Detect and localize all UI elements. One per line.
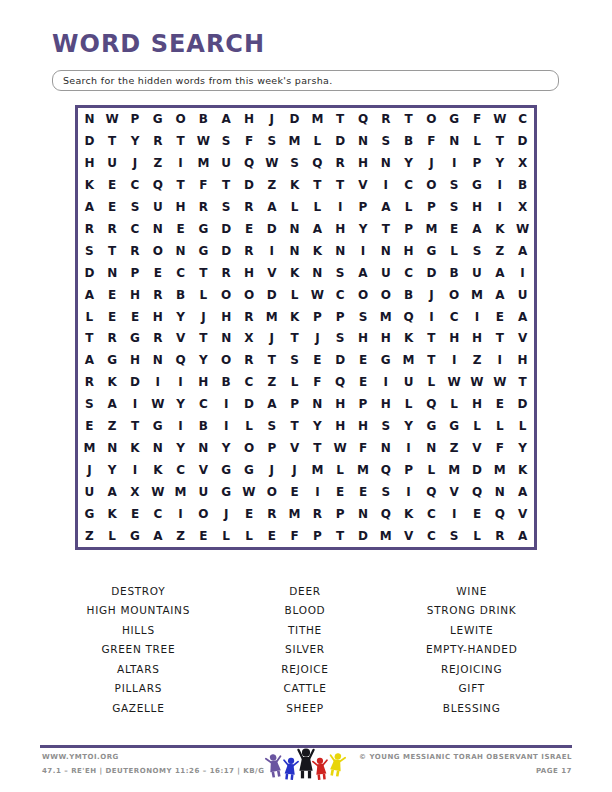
grid-cell-r3c12: R [329,152,352,174]
grid-cell-r5c18: H [466,196,489,218]
word-item: REJOICING [388,659,555,679]
grid-cell-r1c13: Q [352,108,375,130]
grid-cell-r1c15: T [397,108,420,130]
grid-cell-r14c15: L [397,393,420,415]
grid-cell-r2c4: R [146,130,169,152]
grid-cell-r20c15: V [397,525,420,547]
grid-cell-r9c3: H [124,284,147,306]
grid-cell-r17c14: Q [374,459,397,481]
grid-cell-r15c5: I [169,415,192,437]
grid-cell-r10c5: Y [169,306,192,328]
grid-cell-r10c6: J [192,306,215,328]
grid-cell-r2c13: N [352,130,375,152]
grid-cell-r12c11: E [306,349,329,371]
grid-cell-r3c17: I [443,152,466,174]
grid-cell-r6c12: H [329,218,352,240]
grid-cell-r1c2: W [101,108,124,130]
grid-cell-r2c20: D [511,130,534,152]
grid-cell-r15c19: L [488,415,511,437]
grid-cell-r7c12: N [329,240,352,262]
grid-cell-r17c18: D [466,459,489,481]
grid-cell-r4c8: D [238,174,261,196]
grid-cell-r14c17: L [443,393,466,415]
grid-cell-r16c1: M [78,437,101,459]
grid-cell-r15c12: H [329,415,352,437]
grid-cell-r7c1: S [78,240,101,262]
grid-cell-r12c2: G [101,349,124,371]
grid-cell-r10c15: Q [397,306,420,328]
grid-cell-r4c18: G [466,174,489,196]
grid-cell-r9c15: B [397,284,420,306]
grid-cell-r7c9: I [260,240,283,262]
logo-figure-yellow [327,752,346,777]
grid-cell-r12c13: E [352,349,375,371]
grid-cell-r20c8: L [238,525,261,547]
grid-cell-r8c17: B [443,262,466,284]
grid-cell-r2c3: Y [124,130,147,152]
grid-cell-r20c12: T [329,525,352,547]
grid-cell-r2c14: S [374,130,397,152]
grid-cell-r7c19: Z [488,240,511,262]
grid-cell-r3c16: J [420,152,443,174]
grid-cell-r16c19: F [488,437,511,459]
grid-cell-r8c15: C [397,262,420,284]
grid-cell-r10c18: I [466,306,489,328]
grid-cell-r13c8: C [238,371,261,393]
grid-cell-r14c3: I [124,393,147,415]
grid-cell-r14c18: H [466,393,489,415]
grid-cell-r18c1: U [78,481,101,503]
grid-cell-r15c8: L [238,415,261,437]
grid-cell-r19c6: O [192,503,215,525]
grid-cell-r4c17: S [443,174,466,196]
grid-cell-r20c11: P [306,525,329,547]
grid-cell-r17c8: G [238,459,261,481]
grid-cell-r17c16: L [420,459,443,481]
grid-cell-r5c10: L [283,196,306,218]
instruction-text: Search for the hidden words from this we… [53,75,332,86]
grid-cell-r13c4: I [146,371,169,393]
grid-cell-r20c3: G [124,525,147,547]
grid-cell-r4c9: Z [260,174,283,196]
grid-cell-r2c19: T [488,130,511,152]
grid-cell-r6c5: E [169,218,192,240]
grid-cell-r16c9: P [260,437,283,459]
grid-cell-r15c10: T [283,415,306,437]
grid-cell-r17c9: J [260,459,283,481]
grid-cell-r15c9: S [260,415,283,437]
grid-cell-r7c10: N [283,240,306,262]
grid-cell-r18c8: W [238,481,261,503]
grid-cell-r4c6: F [192,174,215,196]
grid-cell-r5c19: I [488,196,511,218]
ymtoi-logo [264,744,348,790]
grid-cell-r6c9: D [260,218,283,240]
grid-cell-r7c16: G [420,240,443,262]
grid-cell-r19c15: K [397,503,420,525]
grid-cell-r1c12: T [329,108,352,130]
grid-cell-r19c13: N [352,503,375,525]
grid-cell-r16c17: Z [443,437,466,459]
grid-cell-r8c1: D [78,262,101,284]
grid-cell-r17c4: K [146,459,169,481]
grid-cell-r6c3: C [124,218,147,240]
grid-cell-r14c8: D [238,393,261,415]
grid-cell-r19c8: E [238,503,261,525]
grid-cell-r6c10: N [283,218,306,240]
grid-cell-r15c6: B [192,415,215,437]
grid-cell-r6c17: E [443,218,466,240]
grid-cell-r13c10: L [283,371,306,393]
grid-cell-r10c4: H [146,306,169,328]
grid-cell-r3c18: P [466,152,489,174]
grid-cell-r1c14: R [374,108,397,130]
grid-cell-r15c16: G [420,415,443,437]
word-item: SHEEP [222,698,389,718]
grid-cell-r2c5: T [169,130,192,152]
grid-cell-r8c16: D [420,262,443,284]
grid-cell-r3c8: Q [238,152,261,174]
grid-cell-r7c2: T [101,240,124,262]
grid-cell-r7c6: G [192,240,215,262]
grid-cell-r19c5: I [169,503,192,525]
grid-cell-r6c18: A [466,218,489,240]
grid-cell-r19c12: P [329,503,352,525]
grid-cell-r6c19: K [488,218,511,240]
grid-cell-r8c12: S [329,262,352,284]
grid-cell-r11c20: V [511,328,534,350]
grid-cell-r13c14: I [374,371,397,393]
grid-cell-r4c13: V [352,174,375,196]
grid-cell-r18c9: O [260,481,283,503]
grid-cell-r5c5: H [169,196,192,218]
grid-cell-r15c7: I [215,415,238,437]
grid-cell-r2c16: F [420,130,443,152]
grid-cell-r12c17: I [443,349,466,371]
word-item: BLOOD [222,601,389,621]
grid-cell-r15c13: H [352,415,375,437]
grid-cell-r18c2: A [101,481,124,503]
grid-cell-r9c7: O [215,284,238,306]
word-item: ALTARS [55,659,222,679]
grid-cell-r1c1: N [78,108,101,130]
grid-cell-r16c10: V [283,437,306,459]
page-title: WORD SEARCH [52,30,265,58]
grid-cell-r9c13: O [352,284,375,306]
grid-cell-r12c5: Q [169,349,192,371]
grid-cell-r18c4: W [146,481,169,503]
grid-cell-r17c6: V [192,459,215,481]
grid-cell-r7c13: I [352,240,375,262]
grid-cell-r2c18: L [466,130,489,152]
grid-cell-r20c9: E [260,525,283,547]
grid-cell-r17c3: I [124,459,147,481]
grid-cell-r10c12: P [329,306,352,328]
grid-cell-r5c12: I [329,196,352,218]
grid-cell-r2c12: D [329,130,352,152]
grid-cell-r13c5: I [169,371,192,393]
grid-cell-r9c8: O [238,284,261,306]
grid-cell-r11c16: T [420,328,443,350]
grid-cell-r12c4: N [146,349,169,371]
grid-cell-r1c20: C [511,108,534,130]
grid-cell-r5c11: L [306,196,329,218]
grid-cell-r12c7: O [215,349,238,371]
grid-cell-r16c8: O [238,437,261,459]
grid-cell-r14c2: A [101,393,124,415]
word-item: GIFT [388,679,555,699]
grid-cell-r11c5: V [169,328,192,350]
grid-cell-r12c6: Y [192,349,215,371]
grid-cell-r8c19: A [488,262,511,284]
grid-cell-r15c17: G [443,415,466,437]
grid-cell-r2c15: B [397,130,420,152]
grid-cell-r16c18: V [466,437,489,459]
grid-cell-r12c16: T [420,349,443,371]
grid-cell-r20c5: Z [169,525,192,547]
grid-cell-r13c3: D [124,371,147,393]
grid-cell-r8c4: E [146,262,169,284]
word-item: HILLS [55,620,222,640]
grid-cell-r4c11: T [306,174,329,196]
grid-cell-r9c10: L [283,284,306,306]
grid-cell-r5c17: S [443,196,466,218]
grid-cell-r7c17: L [443,240,466,262]
grid-cell-r4c16: O [420,174,443,196]
grid-cell-r9c9: D [260,284,283,306]
grid-cell-r4c7: T [215,174,238,196]
grid-cell-r20c14: M [374,525,397,547]
grid-cell-r14c1: S [78,393,101,415]
grid-cell-r8c18: U [466,262,489,284]
grid-cell-r16c3: K [124,437,147,459]
grid-cell-r4c4: Q [146,174,169,196]
grid-cell-r9c11: W [306,284,329,306]
word-item: SILVER [222,640,389,660]
grid-cell-r20c1: Z [78,525,101,547]
grid-cell-r4c12: T [329,174,352,196]
grid-cell-r18c11: I [306,481,329,503]
grid-cell-r11c19: T [488,328,511,350]
word-item: HIGH MOUNTAINS [55,601,222,621]
instruction-box: Search for the hidden words from this we… [52,70,559,91]
grid-cell-r17c11: M [306,459,329,481]
grid-cell-r18c12: E [329,481,352,503]
grid-cell-r9c12: C [329,284,352,306]
grid-cell-r13c13: E [352,371,375,393]
word-item: STRONG DRINK [388,601,555,621]
grid-cell-r10c1: L [78,306,101,328]
grid-cell-r15c3: T [124,415,147,437]
grid-cell-r1c18: F [466,108,489,130]
grid-cell-r16c4: N [146,437,169,459]
grid-cell-r4c5: T [169,174,192,196]
logo-figure-purple [265,753,284,778]
grid-cell-r16c7: Y [215,437,238,459]
grid-cell-r9c6: L [192,284,215,306]
grid-cell-r12c19: I [488,349,511,371]
grid-cell-r18c6: U [192,481,215,503]
grid-cell-r16c16: N [420,437,443,459]
grid-cell-r19c11: R [306,503,329,525]
grid-cell-r19c18: E [466,503,489,525]
word-item: REJOICE [222,659,389,679]
grid-cell-r18c17: V [443,481,466,503]
grid-cell-r6c20: W [511,218,534,240]
grid-cell-r10c3: E [124,306,147,328]
footer-website: WWW.YMTOI.ORG [42,753,264,761]
grid-cell-r16c20: Y [511,437,534,459]
grid-cell-r18c5: M [169,481,192,503]
grid-cell-r2c2: T [101,130,124,152]
grid-cell-r16c2: N [101,437,124,459]
grid-cell-r13c7: B [215,371,238,393]
grid-cell-r1c16: O [420,108,443,130]
grid-cell-r1c11: M [306,108,329,130]
grid-cell-r1c8: H [238,108,261,130]
grid-cell-r7c20: A [511,240,534,262]
grid-cell-r17c12: L [329,459,352,481]
grid-cell-r10c2: E [101,306,124,328]
grid-cell-r6c11: A [306,218,329,240]
grid-cell-r18c13: E [352,481,375,503]
grid-cell-r6c15: P [397,218,420,240]
grid-cell-r7c11: K [306,240,329,262]
grid-cell-r5c2: E [101,196,124,218]
grid-cell-r5c4: U [146,196,169,218]
grid-cell-r8c11: N [306,262,329,284]
grid-cell-r13c11: F [306,371,329,393]
grid-cell-r1c10: D [283,108,306,130]
grid-cell-r16c5: Y [169,437,192,459]
grid-cell-r13c15: U [397,371,420,393]
grid-cell-r3c4: Z [146,152,169,174]
grid-cell-r18c7: G [215,481,238,503]
grid-cell-r17c17: M [443,459,466,481]
grid-cell-r2c7: S [215,130,238,152]
grid-cell-r20c4: A [146,525,169,547]
grid-cell-r10c9: M [260,306,283,328]
grid-cell-r11c13: H [352,328,375,350]
grid-cell-r2c9: S [260,130,283,152]
grid-cell-r14c5: Y [169,393,192,415]
grid-cell-r3c7: U [215,152,238,174]
grid-cell-r3c1: H [78,152,101,174]
grid-cell-r17c15: P [397,459,420,481]
grid-cell-r7c18: S [466,240,489,262]
footer-left: WWW.YMTOI.ORG 47.1 – RE'EH | DEUTERONOMY… [42,753,264,775]
grid-cell-r2c10: M [283,130,306,152]
grid-cell-r7c5: N [169,240,192,262]
logo-figure-red [313,757,329,780]
grid-cell-r14c7: I [215,393,238,415]
grid-cell-r14c12: H [329,393,352,415]
grid-cell-r20c7: L [215,525,238,547]
grid-cell-r11c7: N [215,328,238,350]
grid-cell-r5c7: S [215,196,238,218]
grid-cell-r10c7: H [215,306,238,328]
grid-cell-r11c18: H [466,328,489,350]
grid-cell-r12c12: D [329,349,352,371]
grid-cell-r4c14: I [374,174,397,196]
grid-cell-r11c6: T [192,328,215,350]
grid-cell-r11c15: K [397,328,420,350]
grid-cell-r11c9: J [260,328,283,350]
grid-cell-r16c15: I [397,437,420,459]
grid-cell-r3c14: N [374,152,397,174]
grid-cell-r5c14: A [374,196,397,218]
grid-cell-r1c17: G [443,108,466,130]
grid-cell-r11c2: R [101,328,124,350]
grid-cell-r11c17: H [443,328,466,350]
grid-cell-r3c2: U [101,152,124,174]
grid-cell-r18c18: Q [466,481,489,503]
grid-cell-r20c10: F [283,525,306,547]
grid-cell-r14c6: C [192,393,215,415]
footer-reference: 47.1 – RE'EH | DEUTERONOMY 11:26 – 16:17… [42,767,264,775]
grid-cell-r16c14: N [374,437,397,459]
word-item: LEWITE [388,620,555,640]
grid-cell-r13c20: T [511,371,534,393]
grid-cell-r9c14: O [374,284,397,306]
grid-cell-r5c15: L [397,196,420,218]
grid-cell-r15c20: L [511,415,534,437]
grid-cell-r18c19: N [488,481,511,503]
grid-cell-r16c11: T [306,437,329,459]
grid-cell-r12c9: T [260,349,283,371]
grid-cell-r1c4: G [146,108,169,130]
grid-cell-r17c19: M [488,459,511,481]
grid-cell-r9c1: A [78,284,101,306]
grid-cell-r8c10: K [283,262,306,284]
grid-cell-r14c16: Q [420,393,443,415]
grid-cell-r3c13: H [352,152,375,174]
grid-cell-r12c18: Z [466,349,489,371]
grid-cell-r18c15: I [397,481,420,503]
grid-cell-r10c11: P [306,306,329,328]
grid-cell-r12c20: H [511,349,534,371]
grid-cell-r19c16: C [420,503,443,525]
grid-cell-r2c8: F [238,130,261,152]
grid-cell-r19c10: M [283,503,306,525]
grid-cell-r4c2: E [101,174,124,196]
grid-cell-r9c17: O [443,284,466,306]
grid-cell-r4c19: I [488,174,511,196]
grid-cell-r1c5: O [169,108,192,130]
grid-cell-r8c2: N [101,262,124,284]
grid-cell-r3c9: W [260,152,283,174]
grid-cell-r13c19: W [488,371,511,393]
grid-cell-r3c3: J [124,152,147,174]
grid-cell-r9c18: M [466,284,489,306]
grid-cell-r20c17: S [443,525,466,547]
grid-cell-r17c7: G [215,459,238,481]
worksheet-page: WORD SEARCH Search for the hidden words … [0,0,612,792]
grid-cell-r13c1: R [78,371,101,393]
grid-cell-r3c19: Y [488,152,511,174]
word-item: WINE [388,581,555,601]
grid-cell-r7c14: N [374,240,397,262]
grid-cell-r18c16: Q [420,481,443,503]
grid-cell-r13c12: Q [329,371,352,393]
grid-cell-r10c14: M [374,306,397,328]
grid-cell-r9c20: U [511,284,534,306]
grid-cell-r17c2: Y [101,459,124,481]
grid-cell-r1c7: A [215,108,238,130]
grid-cell-r5c8: R [238,196,261,218]
grid-cell-r11c3: G [124,328,147,350]
grid-cell-r11c12: S [329,328,352,350]
